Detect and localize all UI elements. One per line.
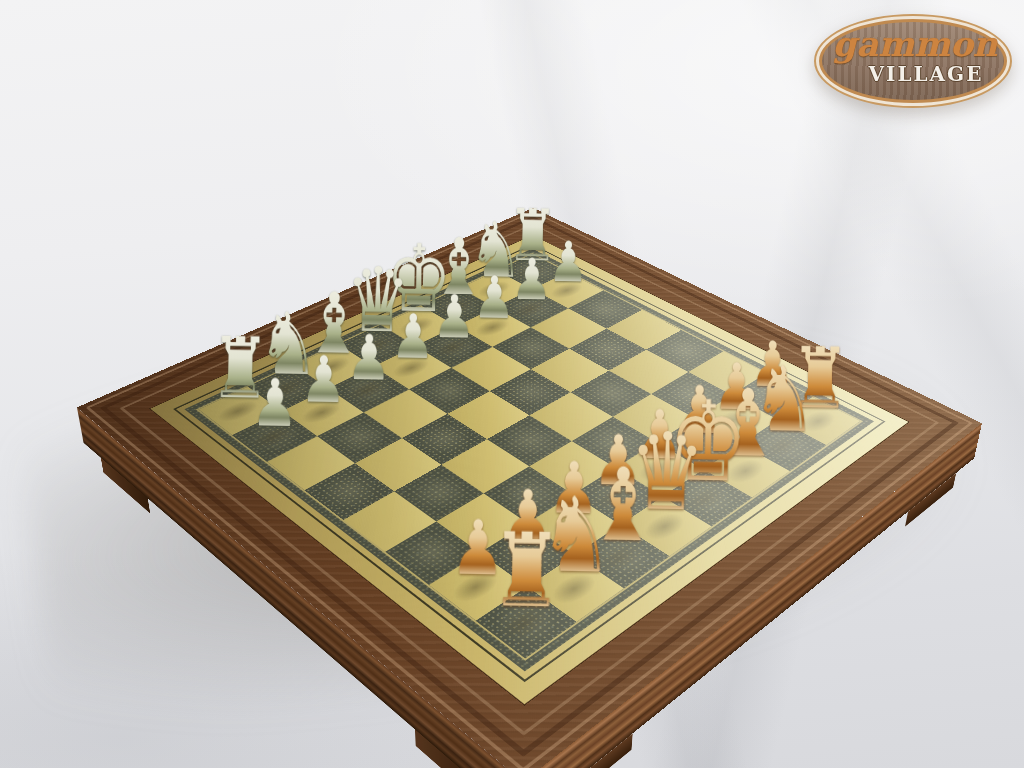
gammonvillage-logo: gammon VILLAGE (814, 14, 1012, 108)
wood-frame: ♜♞♝♛♚♝♞♜♟♟♟♟♟♟♟♟♟♟♟♟♟♟♟♟♜♞♝♛♚♝♞♜ (77, 208, 982, 768)
logo-word-village: VILLAGE (846, 62, 1006, 86)
chess-board: ♜♞♝♛♚♝♞♜♟♟♟♟♟♟♟♟♟♟♟♟♟♟♟♟♜♞♝♛♚♝♞♜ (77, 208, 982, 768)
chess-board-scene: ♜♞♝♛♚♝♞♜♟♟♟♟♟♟♟♟♟♟♟♟♟♟♟♟♜♞♝♛♚♝♞♜ (0, 0, 1024, 768)
frame-foot (101, 458, 150, 514)
frame-foot (905, 473, 956, 527)
logo-text: gammon VILLAGE (816, 16, 1010, 106)
piece-white-rook-a1[interactable]: ♜ (468, 518, 586, 622)
piece-black-pawn-a7[interactable]: ♟ (225, 369, 325, 436)
logo-word-gammon: gammon (830, 24, 1000, 64)
